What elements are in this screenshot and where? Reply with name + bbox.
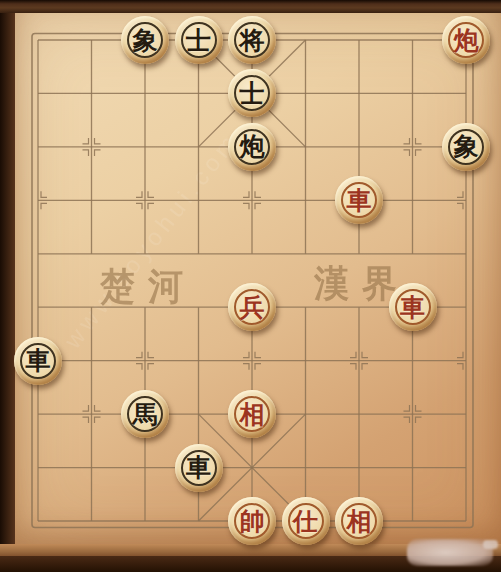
piece-black-horse[interactable]: 馬 bbox=[121, 390, 169, 438]
piece-character: 帥 bbox=[240, 509, 265, 534]
piece-character: 相 bbox=[240, 402, 265, 427]
piece-character: 馬 bbox=[133, 402, 158, 427]
piece-character: 相 bbox=[347, 509, 372, 534]
piece-red-chariot[interactable]: 車 bbox=[389, 283, 437, 331]
piece-black-chariot[interactable]: 車 bbox=[175, 444, 223, 492]
piece-character: 炮 bbox=[454, 28, 479, 53]
piece-black-elephant[interactable]: 象 bbox=[442, 123, 490, 171]
piece-red-general[interactable]: 帥 bbox=[228, 497, 276, 545]
piece-red-elephant[interactable]: 相 bbox=[335, 497, 383, 545]
piece-black-general[interactable]: 将 bbox=[228, 16, 276, 64]
piece-red-advisor[interactable]: 仕 bbox=[282, 497, 330, 545]
piece-character: 車 bbox=[347, 188, 372, 213]
piece-black-elephant[interactable]: 象 bbox=[121, 16, 169, 64]
piece-black-chariot[interactable]: 車 bbox=[14, 337, 62, 385]
piece-red-cannon[interactable]: 炮 bbox=[442, 16, 490, 64]
piece-character: 仕 bbox=[293, 509, 318, 534]
piece-character: 車 bbox=[186, 455, 211, 480]
piece-character: 士 bbox=[240, 81, 265, 106]
piece-character: 将 bbox=[240, 28, 265, 53]
smudge-artifact bbox=[407, 539, 493, 566]
piece-character: 車 bbox=[400, 295, 425, 320]
xiangqi-app: www.soyohui.com 楚河 漢界 象士将炮士炮象車兵車車馬相車帥仕相 bbox=[0, 0, 501, 572]
piece-character: 象 bbox=[133, 28, 158, 53]
piece-character: 炮 bbox=[240, 134, 265, 159]
piece-red-pawn[interactable]: 兵 bbox=[228, 283, 276, 331]
piece-character: 兵 bbox=[240, 295, 265, 320]
piece-black-advisor[interactable]: 士 bbox=[175, 16, 223, 64]
piece-red-chariot[interactable]: 車 bbox=[335, 176, 383, 224]
piece-character: 象 bbox=[454, 134, 479, 159]
piece-black-cannon[interactable]: 炮 bbox=[228, 123, 276, 171]
piece-character: 士 bbox=[186, 28, 211, 53]
piece-red-elephant[interactable]: 相 bbox=[228, 390, 276, 438]
river-label-left: 楚河 bbox=[100, 268, 196, 305]
piece-character: 車 bbox=[26, 348, 51, 373]
